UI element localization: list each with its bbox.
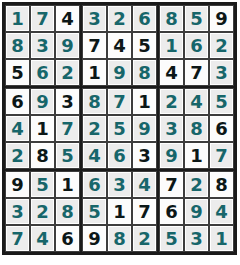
cell-r9c5[interactable]: 8	[107, 225, 132, 252]
cell-r8c3[interactable]: 8	[55, 198, 80, 225]
cell-r1c9[interactable]: 9	[209, 5, 234, 32]
cell-r1c2[interactable]: 7	[30, 5, 55, 32]
box-2: 326745198	[82, 5, 157, 86]
cell-r4c1[interactable]: 6	[5, 88, 30, 115]
cell-r6c1[interactable]: 2	[5, 142, 30, 169]
cell-r4c9[interactable]: 5	[209, 88, 234, 115]
cell-r9c3[interactable]: 6	[55, 225, 80, 252]
cell-r7c8[interactable]: 2	[184, 171, 209, 198]
cell-r8c7[interactable]: 6	[159, 198, 184, 225]
cell-r9c9[interactable]: 1	[209, 225, 234, 252]
cell-r6c4[interactable]: 4	[82, 142, 107, 169]
cell-r3c1[interactable]: 5	[5, 59, 30, 86]
box-8: 634517982	[82, 171, 157, 252]
page: { "game": "sudoku", "board_state": "solv…	[0, 0, 240, 265]
cell-r3c8[interactable]: 7	[184, 59, 209, 86]
cell-r3c5[interactable]: 9	[107, 59, 132, 86]
cell-r1c4[interactable]: 3	[82, 5, 107, 32]
cell-r6c6[interactable]: 3	[132, 142, 157, 169]
cell-r9c2[interactable]: 4	[30, 225, 55, 252]
cell-r4c5[interactable]: 7	[107, 88, 132, 115]
cell-r3c6[interactable]: 8	[132, 59, 157, 86]
cell-r5c7[interactable]: 3	[159, 115, 184, 142]
cell-r5c2[interactable]: 1	[30, 115, 55, 142]
box-9: 728694531	[159, 171, 234, 252]
cell-r5c4[interactable]: 2	[82, 115, 107, 142]
cell-r5c6[interactable]: 9	[132, 115, 157, 142]
cell-r6c3[interactable]: 5	[55, 142, 80, 169]
cell-r9c4[interactable]: 9	[82, 225, 107, 252]
box-4: 693417285	[5, 88, 80, 169]
cell-r8c5[interactable]: 1	[107, 198, 132, 225]
cell-r4c4[interactable]: 8	[82, 88, 107, 115]
cell-r6c9[interactable]: 7	[209, 142, 234, 169]
cell-r6c8[interactable]: 1	[184, 142, 209, 169]
cell-r2c7[interactable]: 1	[159, 32, 184, 59]
cell-r1c5[interactable]: 2	[107, 5, 132, 32]
cell-r2c8[interactable]: 6	[184, 32, 209, 59]
box-5: 871259463	[82, 88, 157, 169]
cell-r7c6[interactable]: 4	[132, 171, 157, 198]
cell-r6c2[interactable]: 8	[30, 142, 55, 169]
cell-r7c9[interactable]: 8	[209, 171, 234, 198]
cell-r2c4[interactable]: 7	[82, 32, 107, 59]
cell-r5c5[interactable]: 5	[107, 115, 132, 142]
box-1: 174839562	[5, 5, 80, 86]
box-3: 859162473	[159, 5, 234, 86]
cell-r2c3[interactable]: 9	[55, 32, 80, 59]
cell-r8c6[interactable]: 7	[132, 198, 157, 225]
cell-r4c7[interactable]: 2	[159, 88, 184, 115]
cell-r7c7[interactable]: 7	[159, 171, 184, 198]
cell-r3c7[interactable]: 4	[159, 59, 184, 86]
cell-r5c1[interactable]: 4	[5, 115, 30, 142]
cell-r7c2[interactable]: 5	[30, 171, 55, 198]
cell-r4c6[interactable]: 1	[132, 88, 157, 115]
cell-r8c2[interactable]: 2	[30, 198, 55, 225]
cell-r7c4[interactable]: 6	[82, 171, 107, 198]
cell-r2c1[interactable]: 8	[5, 32, 30, 59]
cell-r8c9[interactable]: 4	[209, 198, 234, 225]
cell-r2c2[interactable]: 3	[30, 32, 55, 59]
cell-r2c9[interactable]: 2	[209, 32, 234, 59]
cell-r8c4[interactable]: 5	[82, 198, 107, 225]
cell-r9c6[interactable]: 2	[132, 225, 157, 252]
cell-r7c1[interactable]: 9	[5, 171, 30, 198]
cell-r1c6[interactable]: 6	[132, 5, 157, 32]
cell-r8c1[interactable]: 3	[5, 198, 30, 225]
cell-r2c5[interactable]: 4	[107, 32, 132, 59]
cell-r6c5[interactable]: 6	[107, 142, 132, 169]
cell-r1c3[interactable]: 4	[55, 5, 80, 32]
cell-r4c3[interactable]: 3	[55, 88, 80, 115]
cell-r2c6[interactable]: 5	[132, 32, 157, 59]
cell-r9c7[interactable]: 5	[159, 225, 184, 252]
box-6: 245386917	[159, 88, 234, 169]
cell-r1c1[interactable]: 1	[5, 5, 30, 32]
cell-r9c1[interactable]: 7	[5, 225, 30, 252]
cell-r4c8[interactable]: 4	[184, 88, 209, 115]
cell-r7c3[interactable]: 1	[55, 171, 80, 198]
cell-r8c8[interactable]: 9	[184, 198, 209, 225]
cell-r5c8[interactable]: 8	[184, 115, 209, 142]
cell-r4c2[interactable]: 9	[30, 88, 55, 115]
cell-r5c9[interactable]: 6	[209, 115, 234, 142]
cell-r5c3[interactable]: 7	[55, 115, 80, 142]
box-7: 951328746	[5, 171, 80, 252]
sudoku-board: 1748395623267451988591624736934172858712…	[2, 2, 237, 255]
cell-r3c9[interactable]: 3	[209, 59, 234, 86]
cell-r1c8[interactable]: 5	[184, 5, 209, 32]
cell-r6c7[interactable]: 9	[159, 142, 184, 169]
cell-r3c2[interactable]: 6	[30, 59, 55, 86]
cell-r7c5[interactable]: 3	[107, 171, 132, 198]
cell-r3c3[interactable]: 2	[55, 59, 80, 86]
cell-r3c4[interactable]: 1	[82, 59, 107, 86]
cell-r9c8[interactable]: 3	[184, 225, 209, 252]
cell-r1c7[interactable]: 8	[159, 5, 184, 32]
